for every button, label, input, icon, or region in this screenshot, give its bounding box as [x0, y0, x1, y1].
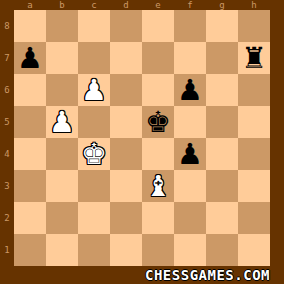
square-f4: ♟ [174, 138, 206, 170]
square-d6 [110, 74, 142, 106]
square-h8 [238, 10, 270, 42]
square-a1 [14, 234, 46, 266]
rank-label-4: 4 [0, 138, 14, 170]
square-f3 [174, 170, 206, 202]
square-e4 [142, 138, 174, 170]
piece-black-pawn-a7: ♟ [17, 44, 43, 73]
square-b8 [46, 10, 78, 42]
square-c5 [78, 106, 110, 138]
square-d7 [110, 42, 142, 74]
square-d8 [110, 10, 142, 42]
square-d4 [110, 138, 142, 170]
square-c7 [78, 42, 110, 74]
square-b4 [46, 138, 78, 170]
square-b1 [46, 234, 78, 266]
square-c2 [78, 202, 110, 234]
piece-black-pawn-f4: ♟ [177, 140, 203, 169]
rank-label-1: 1 [0, 234, 14, 266]
square-h6 [238, 74, 270, 106]
file-labels: abcdefgh [14, 0, 270, 10]
square-d2 [110, 202, 142, 234]
square-d1 [110, 234, 142, 266]
square-e8 [142, 10, 174, 42]
square-h1 [238, 234, 270, 266]
rank-labels: 87654321 [0, 10, 14, 266]
square-e7 [142, 42, 174, 74]
rank-label-6: 6 [0, 74, 14, 106]
square-a2 [14, 202, 46, 234]
piece-white-bishop-e3: ♝ [145, 172, 171, 201]
square-a4 [14, 138, 46, 170]
chess-diagram: abcdefgh 87654321 ♟♜♟♟♟♚♚♟♝ CHESSGAMES.C… [0, 0, 284, 284]
square-c4: ♚ [78, 138, 110, 170]
file-label-g: g [206, 0, 238, 10]
square-g4 [206, 138, 238, 170]
square-f7 [174, 42, 206, 74]
square-g6 [206, 74, 238, 106]
piece-black-king-e5: ♚ [145, 108, 171, 137]
square-c1 [78, 234, 110, 266]
rank-label-5: 5 [0, 106, 14, 138]
square-a8 [14, 10, 46, 42]
square-h3 [238, 170, 270, 202]
square-g7 [206, 42, 238, 74]
square-f8 [174, 10, 206, 42]
rank-label-7: 7 [0, 42, 14, 74]
square-f2 [174, 202, 206, 234]
square-h5 [238, 106, 270, 138]
rank-label-3: 3 [0, 170, 14, 202]
piece-white-pawn-b5: ♟ [49, 108, 75, 137]
square-e5: ♚ [142, 106, 174, 138]
file-label-f: f [174, 0, 206, 10]
square-g5 [206, 106, 238, 138]
square-b5: ♟ [46, 106, 78, 138]
square-c6: ♟ [78, 74, 110, 106]
file-label-h: h [238, 0, 270, 10]
file-label-d: d [110, 0, 142, 10]
square-h7: ♜ [238, 42, 270, 74]
square-g3 [206, 170, 238, 202]
square-e3: ♝ [142, 170, 174, 202]
footer-bar: CHESSGAMES.COM [0, 266, 284, 284]
file-label-a: a [14, 0, 46, 10]
piece-black-rook-h7: ♜ [241, 44, 267, 73]
square-e2 [142, 202, 174, 234]
piece-black-pawn-f6: ♟ [177, 76, 203, 105]
piece-white-king-c4: ♚ [81, 140, 107, 169]
square-d3 [110, 170, 142, 202]
square-b6 [46, 74, 78, 106]
square-b2 [46, 202, 78, 234]
square-h2 [238, 202, 270, 234]
square-a5 [14, 106, 46, 138]
square-f6: ♟ [174, 74, 206, 106]
square-b3 [46, 170, 78, 202]
square-c8 [78, 10, 110, 42]
chess-board: ♟♜♟♟♟♚♚♟♝ [14, 10, 270, 266]
file-label-b: b [46, 0, 78, 10]
square-a3 [14, 170, 46, 202]
square-c3 [78, 170, 110, 202]
piece-white-pawn-c6: ♟ [81, 76, 107, 105]
square-b7 [46, 42, 78, 74]
file-label-e: e [142, 0, 174, 10]
rank-label-8: 8 [0, 10, 14, 42]
square-h4 [238, 138, 270, 170]
square-g2 [206, 202, 238, 234]
square-a7: ♟ [14, 42, 46, 74]
file-label-c: c [78, 0, 110, 10]
square-a6 [14, 74, 46, 106]
square-e1 [142, 234, 174, 266]
square-f5 [174, 106, 206, 138]
chessgames-watermark: CHESSGAMES.COM [145, 267, 270, 283]
square-e6 [142, 74, 174, 106]
square-g8 [206, 10, 238, 42]
square-f1 [174, 234, 206, 266]
square-d5 [110, 106, 142, 138]
square-g1 [206, 234, 238, 266]
rank-label-2: 2 [0, 202, 14, 234]
